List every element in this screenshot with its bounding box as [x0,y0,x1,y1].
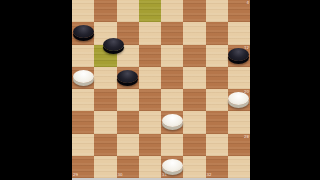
light-square-r5c1[interactable] [94,111,116,133]
field-number-label: 28 [244,135,249,139]
black-disc [73,25,94,38]
letterbox-left [0,0,72,180]
dark-square-30[interactable]: 30 [117,156,139,178]
dark-square-1[interactable] [94,0,116,22]
dark-square-22[interactable] [117,111,139,133]
dark-square-24[interactable] [206,111,228,133]
white-man-field-23[interactable] [162,112,183,132]
dark-square-21[interactable] [72,111,94,133]
dark-square-32[interactable]: 32 [206,156,228,178]
light-square-r2c0[interactable] [72,45,94,67]
dark-square-27[interactable] [183,134,205,156]
dark-square-18[interactable] [139,89,161,111]
black-man-field-9[interactable] [103,36,124,56]
light-square-r5c7[interactable] [228,111,250,133]
white-man-field-31[interactable] [162,157,183,177]
light-square-r5c5[interactable] [183,111,205,133]
light-square-r4c6[interactable] [206,89,228,111]
letterbox-right [250,0,320,180]
white-man-field-13[interactable] [73,68,94,88]
video-frame: 412202829303132 [0,0,320,180]
light-square-r0c2[interactable] [117,0,139,22]
dark-square-28[interactable]: 28 [228,134,250,156]
light-square-r1c5[interactable] [183,22,205,44]
light-square-r2c6[interactable] [206,45,228,67]
dark-square-19[interactable] [183,89,205,111]
white-disc [73,70,94,83]
light-square-r1c3[interactable] [139,22,161,44]
dark-square-29[interactable]: 29 [72,156,94,178]
field-number-label: 30 [118,173,123,177]
white-man-field-20[interactable] [228,90,249,110]
light-square-r7c7[interactable] [228,156,250,178]
light-square-r6c0[interactable] [72,134,94,156]
dark-square-7[interactable] [161,22,183,44]
dark-square-17[interactable] [94,89,116,111]
white-disc [162,114,183,127]
light-square-r4c4[interactable] [161,89,183,111]
light-square-r3c5[interactable] [183,67,205,89]
light-square-r3c3[interactable] [139,67,161,89]
white-disc [162,159,183,172]
light-square-r0c4[interactable] [161,0,183,22]
light-square-r5c3[interactable] [139,111,161,133]
checkers-board: 412202829303132 [72,0,250,178]
black-man-field-12[interactable] [228,46,249,66]
dark-square-26[interactable] [139,134,161,156]
light-square-r0c0[interactable] [72,0,94,22]
black-man-field-14[interactable] [117,68,138,88]
light-square-r3c7[interactable] [228,67,250,89]
light-square-r7c1[interactable] [94,156,116,178]
light-square-r6c6[interactable] [206,134,228,156]
black-disc [103,38,124,51]
dark-square-11[interactable] [183,45,205,67]
dark-square-25[interactable] [94,134,116,156]
light-square-r6c4[interactable] [161,134,183,156]
dark-square-4[interactable]: 4 [228,0,250,22]
black-man-field-5[interactable] [73,23,94,43]
light-square-r4c0[interactable] [72,89,94,111]
light-square-r4c2[interactable] [117,89,139,111]
board-bottom-gap [72,178,250,180]
field-number-label: 32 [207,173,212,177]
light-square-r1c7[interactable] [228,22,250,44]
light-square-r2c4[interactable] [161,45,183,67]
dark-square-16[interactable] [206,67,228,89]
light-square-r7c3[interactable] [139,156,161,178]
black-disc [117,70,138,83]
white-disc [228,92,249,105]
dark-square-10[interactable] [139,45,161,67]
light-square-r7c5[interactable] [183,156,205,178]
black-disc [228,48,249,61]
field-number-label: 4 [246,1,249,5]
dark-square-15[interactable] [161,67,183,89]
field-number-label: 29 [73,173,78,177]
dark-square-8[interactable] [206,22,228,44]
light-square-r0c6[interactable] [206,0,228,22]
dark-square-3[interactable] [183,0,205,22]
light-square-r6c2[interactable] [117,134,139,156]
light-square-r3c1[interactable] [94,67,116,89]
dark-square-2[interactable] [139,0,161,22]
